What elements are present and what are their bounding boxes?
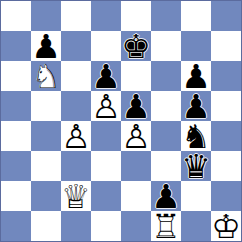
square-h8[interactable]: [211, 1, 241, 31]
square-f6[interactable]: [151, 61, 181, 91]
square-e4[interactable]: ♟♙: [121, 121, 151, 151]
white-pawn-icon: ♟♙: [91, 91, 121, 121]
square-f1[interactable]: ♜♖: [151, 211, 181, 241]
square-g3[interactable]: ♛: [181, 151, 211, 181]
square-g1[interactable]: [181, 211, 211, 241]
square-d1[interactable]: [91, 211, 121, 241]
square-a1[interactable]: [1, 211, 31, 241]
square-e7[interactable]: ♚: [121, 31, 151, 61]
square-b1[interactable]: [31, 211, 61, 241]
square-d8[interactable]: [91, 1, 121, 31]
square-b6[interactable]: ♞♘: [31, 61, 61, 91]
white-pawn-icon: ♟♙: [61, 121, 91, 151]
square-c2[interactable]: ♛♕: [61, 181, 91, 211]
square-c7[interactable]: [61, 31, 91, 61]
square-d4[interactable]: [91, 121, 121, 151]
square-g8[interactable]: [181, 1, 211, 31]
square-b2[interactable]: [31, 181, 61, 211]
square-c8[interactable]: [61, 1, 91, 31]
square-c4[interactable]: ♟♙: [61, 121, 91, 151]
square-a4[interactable]: [1, 121, 31, 151]
square-c1[interactable]: [61, 211, 91, 241]
white-pawn-icon: ♟♙: [121, 121, 151, 151]
square-h5[interactable]: [211, 91, 241, 121]
square-f5[interactable]: [151, 91, 181, 121]
black-queen-icon: ♛: [181, 151, 211, 181]
square-f7[interactable]: [151, 31, 181, 61]
square-e2[interactable]: [121, 181, 151, 211]
square-a3[interactable]: [1, 151, 31, 181]
square-b4[interactable]: [31, 121, 61, 151]
square-f8[interactable]: [151, 1, 181, 31]
white-knight-icon: ♞♘: [31, 61, 61, 91]
square-h6[interactable]: [211, 61, 241, 91]
square-h3[interactable]: [211, 151, 241, 181]
square-c6[interactable]: [61, 61, 91, 91]
square-a5[interactable]: [1, 91, 31, 121]
square-b3[interactable]: [31, 151, 61, 181]
square-a7[interactable]: [1, 31, 31, 61]
square-b5[interactable]: [31, 91, 61, 121]
square-d5[interactable]: ♟♙: [91, 91, 121, 121]
white-king-icon: ♚♔: [211, 211, 241, 241]
white-queen-icon: ♛♕: [61, 181, 91, 211]
square-a8[interactable]: [1, 1, 31, 31]
square-h7[interactable]: [211, 31, 241, 61]
square-e3[interactable]: [121, 151, 151, 181]
white-rook-icon: ♜♖: [151, 211, 181, 241]
square-h1[interactable]: ♚♔: [211, 211, 241, 241]
black-king-icon: ♚: [121, 31, 151, 61]
square-g2[interactable]: [181, 181, 211, 211]
square-e1[interactable]: [121, 211, 151, 241]
square-h4[interactable]: [211, 121, 241, 151]
chess-board: ♟♚♞♘♟♟♟♙♟♟♟♙♟♙♞♛♛♕♟♜♖♚♔: [0, 0, 242, 242]
square-f4[interactable]: [151, 121, 181, 151]
square-a2[interactable]: [1, 181, 31, 211]
square-d3[interactable]: [91, 151, 121, 181]
square-a6[interactable]: [1, 61, 31, 91]
square-d2[interactable]: [91, 181, 121, 211]
